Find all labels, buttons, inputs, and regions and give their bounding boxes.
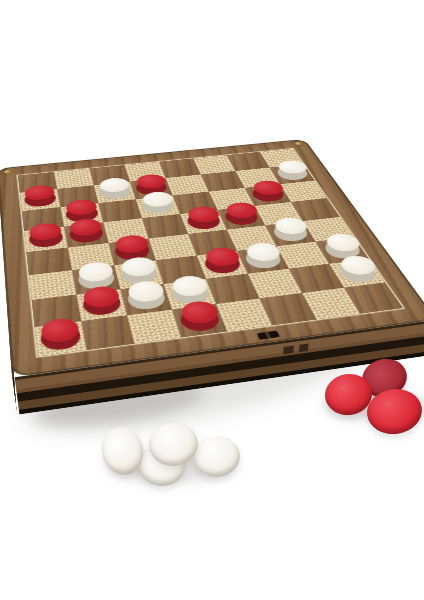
checker-white-f6[interactable] <box>243 249 283 270</box>
checker-red-f4[interactable] <box>223 208 260 226</box>
lid-latch <box>257 331 280 340</box>
hinge-screw-icon <box>4 170 12 174</box>
hinge-screw-icon <box>294 142 303 146</box>
checkers-board-box <box>0 139 424 378</box>
square-a6 <box>29 270 76 300</box>
checkers-board <box>18 149 403 357</box>
etched-marks <box>284 343 314 354</box>
captured-white-checker[interactable] <box>191 434 241 478</box>
photo-stage <box>0 0 424 600</box>
square-b8 <box>81 315 134 350</box>
checker-red-d8[interactable] <box>178 308 221 334</box>
